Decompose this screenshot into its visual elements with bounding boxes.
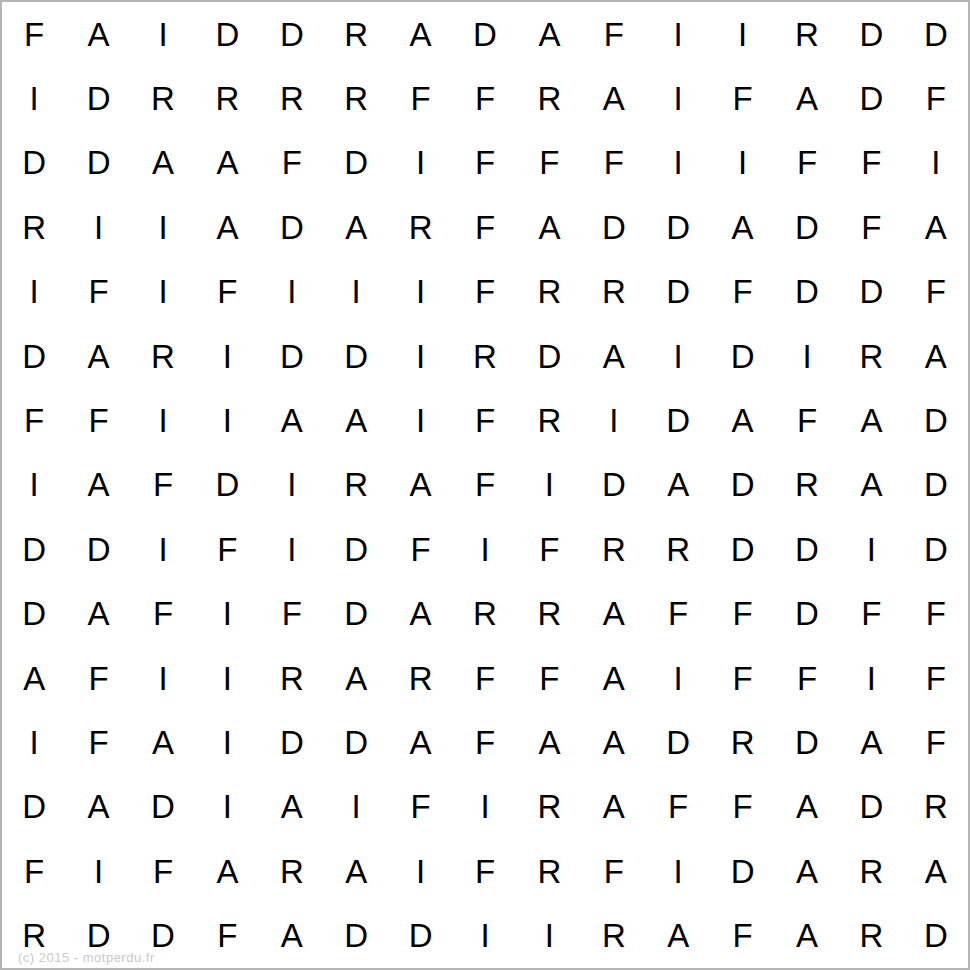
grid-cell[interactable]: R	[260, 839, 324, 903]
grid-cell[interactable]: D	[324, 131, 388, 195]
grid-cell[interactable]: F	[453, 453, 517, 517]
grid-cell[interactable]: R	[582, 517, 646, 581]
grid-cell[interactable]: A	[66, 453, 130, 517]
grid-cell[interactable]: F	[2, 388, 66, 452]
grid-cell[interactable]: I	[324, 260, 388, 324]
grid-cell[interactable]: I	[710, 131, 774, 195]
grid-cell[interactable]: D	[324, 582, 388, 646]
grid-cell[interactable]: F	[710, 66, 774, 130]
grid-cell[interactable]: D	[66, 517, 130, 581]
grid-cell[interactable]: F	[131, 453, 195, 517]
grid-cell[interactable]: D	[904, 453, 968, 517]
grid-cell[interactable]: I	[66, 839, 130, 903]
grid-cell[interactable]: I	[388, 131, 452, 195]
grid-cell[interactable]: F	[453, 839, 517, 903]
grid-cell[interactable]: F	[775, 131, 839, 195]
grid-cell[interactable]: R	[775, 2, 839, 66]
grid-cell[interactable]: A	[66, 775, 130, 839]
grid-cell[interactable]: R	[775, 453, 839, 517]
grid-cell[interactable]: A	[195, 131, 259, 195]
grid-cell[interactable]: I	[2, 710, 66, 774]
grid-cell[interactable]: D	[775, 582, 839, 646]
grid-cell[interactable]: D	[775, 195, 839, 259]
grid-cell[interactable]: D	[775, 260, 839, 324]
grid-cell[interactable]: F	[646, 582, 710, 646]
grid-cell[interactable]: R	[517, 775, 581, 839]
grid-cell[interactable]: I	[646, 324, 710, 388]
grid-cell[interactable]: I	[582, 388, 646, 452]
grid-cell[interactable]: A	[195, 195, 259, 259]
grid-cell[interactable]: I	[2, 453, 66, 517]
grid-cell[interactable]: D	[2, 775, 66, 839]
grid-cell[interactable]: A	[582, 775, 646, 839]
grid-cell[interactable]: A	[582, 710, 646, 774]
grid-cell[interactable]: F	[775, 646, 839, 710]
grid-cell[interactable]: I	[195, 775, 259, 839]
grid-cell[interactable]: I	[646, 2, 710, 66]
grid-cell[interactable]: R	[839, 839, 903, 903]
grid-cell[interactable]: A	[388, 2, 452, 66]
grid-cell[interactable]: F	[2, 839, 66, 903]
grid-cell[interactable]: F	[131, 839, 195, 903]
grid-cell[interactable]: F	[453, 710, 517, 774]
grid-cell[interactable]: F	[517, 131, 581, 195]
grid-cell[interactable]: F	[260, 131, 324, 195]
grid-cell[interactable]: F	[453, 646, 517, 710]
grid-cell[interactable]: I	[66, 195, 130, 259]
grid-cell[interactable]: I	[260, 453, 324, 517]
grid-cell[interactable]: A	[775, 904, 839, 968]
grid-cell[interactable]: R	[388, 646, 452, 710]
grid-cell[interactable]: A	[710, 195, 774, 259]
grid-cell[interactable]: R	[195, 66, 259, 130]
grid-cell[interactable]: F	[839, 131, 903, 195]
grid-cell[interactable]: D	[453, 2, 517, 66]
grid-cell[interactable]: I	[131, 388, 195, 452]
grid-cell[interactable]: F	[839, 582, 903, 646]
grid-cell[interactable]: A	[517, 195, 581, 259]
grid-cell[interactable]: I	[388, 839, 452, 903]
grid-cell[interactable]: R	[453, 582, 517, 646]
grid-cell[interactable]: I	[904, 131, 968, 195]
word-search-page: FAIDDRADAFIIRDDIDRRRRFFRAIFADFDDAAFDIFFF…	[0, 0, 970, 970]
grid-cell[interactable]: I	[388, 388, 452, 452]
grid-cell[interactable]: R	[324, 2, 388, 66]
grid-cell[interactable]: I	[131, 646, 195, 710]
grid-cell[interactable]: I	[195, 710, 259, 774]
grid-cell[interactable]: I	[775, 324, 839, 388]
grid-cell[interactable]: I	[453, 904, 517, 968]
grid-cell[interactable]: R	[517, 260, 581, 324]
grid-cell[interactable]: A	[2, 646, 66, 710]
grid-cell[interactable]: D	[646, 388, 710, 452]
grid-cell[interactable]: R	[324, 66, 388, 130]
grid-cell[interactable]: A	[260, 904, 324, 968]
grid-cell[interactable]: A	[324, 195, 388, 259]
grid-cell[interactable]: I	[646, 66, 710, 130]
grid-cell[interactable]: F	[388, 66, 452, 130]
grid-cell[interactable]: D	[904, 388, 968, 452]
grid-cell[interactable]: D	[260, 2, 324, 66]
grid-cell[interactable]: F	[710, 775, 774, 839]
grid-cell[interactable]: I	[453, 517, 517, 581]
grid-cell[interactable]: I	[324, 775, 388, 839]
grid-cell[interactable]: A	[646, 904, 710, 968]
grid-cell[interactable]: R	[324, 453, 388, 517]
grid-cell[interactable]: A	[66, 324, 130, 388]
grid-cell[interactable]: A	[904, 839, 968, 903]
grid-cell[interactable]: D	[131, 775, 195, 839]
grid-cell[interactable]: F	[904, 646, 968, 710]
grid-cell[interactable]: F	[66, 260, 130, 324]
grid-cell[interactable]: I	[388, 260, 452, 324]
grid-cell[interactable]: F	[453, 260, 517, 324]
grid-cell[interactable]: A	[582, 324, 646, 388]
grid-cell[interactable]: F	[904, 260, 968, 324]
grid-cell[interactable]: F	[66, 710, 130, 774]
grid-cell[interactable]: R	[131, 324, 195, 388]
grid-cell[interactable]: R	[582, 904, 646, 968]
grid-cell[interactable]: D	[839, 260, 903, 324]
grid-cell[interactable]: I	[195, 324, 259, 388]
grid-cell[interactable]: I	[517, 904, 581, 968]
grid-cell[interactable]: D	[324, 904, 388, 968]
grid-cell[interactable]: A	[66, 582, 130, 646]
grid-cell[interactable]: F	[66, 646, 130, 710]
grid-cell[interactable]: I	[517, 453, 581, 517]
grid-cell[interactable]: R	[839, 904, 903, 968]
grid-cell[interactable]: D	[646, 260, 710, 324]
grid-cell[interactable]: A	[260, 775, 324, 839]
grid-cell[interactable]: D	[2, 324, 66, 388]
grid-cell[interactable]: D	[775, 517, 839, 581]
grid-cell[interactable]: F	[517, 517, 581, 581]
grid-cell[interactable]: I	[646, 646, 710, 710]
grid-cell[interactable]: R	[646, 517, 710, 581]
grid-cell[interactable]: I	[2, 260, 66, 324]
grid-cell[interactable]: F	[775, 388, 839, 452]
grid-cell[interactable]: F	[582, 839, 646, 903]
grid-cell[interactable]: D	[260, 710, 324, 774]
grid-cell[interactable]: F	[517, 646, 581, 710]
grid-cell[interactable]: A	[904, 195, 968, 259]
grid-cell[interactable]: A	[195, 839, 259, 903]
grid-cell[interactable]: D	[2, 131, 66, 195]
grid-cell[interactable]: I	[2, 66, 66, 130]
grid-cell[interactable]: A	[839, 388, 903, 452]
grid-cell[interactable]: A	[388, 453, 452, 517]
grid-cell[interactable]: A	[646, 453, 710, 517]
grid-cell[interactable]: D	[710, 453, 774, 517]
grid-cell[interactable]: F	[388, 517, 452, 581]
grid-cell[interactable]: F	[195, 904, 259, 968]
grid-cell[interactable]: A	[775, 66, 839, 130]
grid-cell[interactable]: A	[131, 131, 195, 195]
grid-cell[interactable]: F	[453, 131, 517, 195]
grid-cell[interactable]: D	[2, 517, 66, 581]
grid-cell[interactable]: F	[646, 775, 710, 839]
grid-cell[interactable]: F	[904, 710, 968, 774]
grid-cell[interactable]: F	[904, 582, 968, 646]
grid-cell[interactable]: D	[710, 839, 774, 903]
grid-cell[interactable]: D	[324, 710, 388, 774]
grid-cell[interactable]: A	[260, 388, 324, 452]
grid-cell[interactable]: A	[839, 453, 903, 517]
grid-cell[interactable]: D	[324, 324, 388, 388]
grid-cell[interactable]: R	[517, 839, 581, 903]
copyright-text: (c) 2015 - motperdu.fr	[18, 950, 155, 965]
grid-cell[interactable]: A	[517, 2, 581, 66]
grid-cell[interactable]: I	[260, 260, 324, 324]
grid-cell[interactable]: A	[775, 775, 839, 839]
grid-cell[interactable]: A	[517, 710, 581, 774]
grid-cell[interactable]: D	[2, 582, 66, 646]
grid-cell[interactable]: F	[260, 582, 324, 646]
grid-cell[interactable]: R	[260, 646, 324, 710]
grid-cell[interactable]: D	[839, 2, 903, 66]
grid-cell[interactable]: D	[517, 324, 581, 388]
grid-cell[interactable]: D	[582, 453, 646, 517]
grid-cell[interactable]: I	[260, 517, 324, 581]
grid-cell[interactable]: I	[839, 517, 903, 581]
grid-cell[interactable]: D	[839, 66, 903, 130]
grid-cell[interactable]: D	[775, 710, 839, 774]
grid-cell[interactable]: F	[453, 388, 517, 452]
grid-cell[interactable]: D	[260, 324, 324, 388]
grid-cell[interactable]: D	[66, 66, 130, 130]
grid-cell[interactable]: D	[710, 324, 774, 388]
grid-cell[interactable]: I	[131, 195, 195, 259]
grid-cell[interactable]: R	[517, 66, 581, 130]
grid-cell[interactable]: A	[582, 582, 646, 646]
grid-cell[interactable]: I	[195, 388, 259, 452]
grid-cell[interactable]: D	[195, 2, 259, 66]
grid-cell[interactable]: D	[710, 517, 774, 581]
grid-cell[interactable]: F	[582, 131, 646, 195]
grid-cell[interactable]: F	[710, 582, 774, 646]
grid-cell[interactable]: I	[195, 582, 259, 646]
grid-cell[interactable]: I	[646, 839, 710, 903]
grid-cell[interactable]: I	[131, 517, 195, 581]
grid-cell[interactable]: R	[388, 195, 452, 259]
grid-cell[interactable]: A	[904, 324, 968, 388]
grid-cell[interactable]: F	[904, 66, 968, 130]
grid-cell[interactable]: F	[453, 66, 517, 130]
grid-cell[interactable]: I	[195, 646, 259, 710]
grid-cell[interactable]: D	[646, 710, 710, 774]
grid-cell[interactable]: D	[260, 195, 324, 259]
grid-cell[interactable]: D	[904, 517, 968, 581]
grid-cell[interactable]: R	[453, 324, 517, 388]
grid-cell[interactable]: R	[839, 324, 903, 388]
grid-cell[interactable]: D	[66, 131, 130, 195]
grid-cell[interactable]: A	[66, 2, 130, 66]
grid-cell[interactable]: I	[646, 131, 710, 195]
grid-cell[interactable]: D	[904, 2, 968, 66]
grid-cell[interactable]: R	[904, 775, 968, 839]
grid-cell[interactable]: A	[582, 646, 646, 710]
grid-cell[interactable]: F	[582, 2, 646, 66]
grid-cell[interactable]: I	[453, 775, 517, 839]
grid-cell[interactable]: R	[582, 260, 646, 324]
grid-cell[interactable]: R	[710, 710, 774, 774]
grid-cell[interactable]: D	[646, 195, 710, 259]
grid-cell[interactable]: A	[324, 388, 388, 452]
grid-cell[interactable]: A	[775, 839, 839, 903]
grid-cell[interactable]: F	[131, 582, 195, 646]
grid-cell[interactable]: F	[388, 775, 452, 839]
grid-cell[interactable]: F	[453, 195, 517, 259]
grid-cell[interactable]: R	[517, 388, 581, 452]
grid-cell[interactable]: F	[710, 646, 774, 710]
grid-cell[interactable]: A	[324, 646, 388, 710]
grid-cell[interactable]: D	[582, 195, 646, 259]
grid-cell[interactable]: A	[582, 66, 646, 130]
grid-cell[interactable]: D	[839, 775, 903, 839]
grid-cell[interactable]: F	[195, 517, 259, 581]
grid-cell[interactable]: I	[710, 2, 774, 66]
grid-cell[interactable]: A	[388, 582, 452, 646]
word-search-grid: FAIDDRADAFIIRDDIDRRRRFFRAIFADFDDAAFDIFFF…	[2, 2, 968, 968]
grid-cell[interactable]: F	[710, 904, 774, 968]
grid-cell[interactable]: I	[388, 324, 452, 388]
grid-cell[interactable]: R	[260, 66, 324, 130]
grid-cell[interactable]: D	[904, 904, 968, 968]
grid-cell[interactable]: F	[66, 388, 130, 452]
grid-cell[interactable]: F	[195, 260, 259, 324]
grid-cell[interactable]: R	[131, 66, 195, 130]
grid-cell[interactable]: F	[710, 260, 774, 324]
grid-cell[interactable]: F	[839, 195, 903, 259]
grid-cell[interactable]: A	[710, 388, 774, 452]
grid-cell[interactable]: F	[2, 2, 66, 66]
grid-cell[interactable]: A	[839, 710, 903, 774]
grid-cell[interactable]: A	[324, 839, 388, 903]
grid-cell[interactable]: R	[2, 195, 66, 259]
grid-cell[interactable]: D	[388, 904, 452, 968]
grid-cell[interactable]: I	[839, 646, 903, 710]
grid-cell[interactable]: A	[388, 710, 452, 774]
grid-cell[interactable]: I	[131, 2, 195, 66]
grid-cell[interactable]: D	[324, 517, 388, 581]
grid-cell[interactable]: A	[131, 710, 195, 774]
grid-cell[interactable]: R	[517, 582, 581, 646]
grid-cell[interactable]: I	[131, 260, 195, 324]
grid-cell[interactable]: D	[195, 453, 259, 517]
